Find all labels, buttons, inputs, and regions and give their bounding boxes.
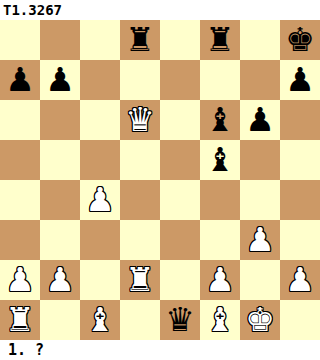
square-h8[interactable]: ♚ bbox=[280, 20, 320, 60]
square-h1[interactable] bbox=[280, 300, 320, 340]
chess-app-window: T1.3267 ♜♜♚♟♟♟♛♝♟♝♟♟♟♟♜♟♟♜♝♛♝♚ 1. ? bbox=[0, 0, 320, 360]
piece-white-king[interactable]: ♚ bbox=[245, 300, 275, 340]
square-h4[interactable] bbox=[280, 180, 320, 220]
square-c8[interactable] bbox=[80, 20, 120, 60]
square-g4[interactable] bbox=[240, 180, 280, 220]
square-d3[interactable] bbox=[120, 220, 160, 260]
square-f5[interactable]: ♝ bbox=[200, 140, 240, 180]
square-b5[interactable] bbox=[40, 140, 80, 180]
square-b2[interactable]: ♟ bbox=[40, 260, 80, 300]
square-g8[interactable] bbox=[240, 20, 280, 60]
square-a4[interactable] bbox=[0, 180, 40, 220]
piece-white-pawn[interactable]: ♟ bbox=[245, 220, 275, 260]
square-f4[interactable] bbox=[200, 180, 240, 220]
piece-black-queen[interactable]: ♛ bbox=[165, 300, 195, 340]
square-e2[interactable] bbox=[160, 260, 200, 300]
piece-white-pawn[interactable]: ♟ bbox=[5, 260, 35, 300]
square-c7[interactable] bbox=[80, 60, 120, 100]
square-d7[interactable] bbox=[120, 60, 160, 100]
square-d1[interactable] bbox=[120, 300, 160, 340]
square-e8[interactable] bbox=[160, 20, 200, 60]
square-b1[interactable] bbox=[40, 300, 80, 340]
square-e6[interactable] bbox=[160, 100, 200, 140]
piece-black-pawn[interactable]: ♟ bbox=[285, 60, 315, 100]
move-prompt: 1. ? bbox=[0, 340, 320, 360]
square-a6[interactable] bbox=[0, 100, 40, 140]
square-b4[interactable] bbox=[40, 180, 80, 220]
square-e5[interactable] bbox=[160, 140, 200, 180]
piece-black-pawn[interactable]: ♟ bbox=[245, 100, 275, 140]
piece-black-bishop[interactable]: ♝ bbox=[205, 140, 235, 180]
square-c2[interactable] bbox=[80, 260, 120, 300]
square-f3[interactable] bbox=[200, 220, 240, 260]
square-d4[interactable] bbox=[120, 180, 160, 220]
piece-white-pawn[interactable]: ♟ bbox=[45, 260, 75, 300]
square-a3[interactable] bbox=[0, 220, 40, 260]
square-g7[interactable] bbox=[240, 60, 280, 100]
square-d6[interactable]: ♛ bbox=[120, 100, 160, 140]
square-f8[interactable]: ♜ bbox=[200, 20, 240, 60]
square-g3[interactable]: ♟ bbox=[240, 220, 280, 260]
puzzle-title: T1.3267 bbox=[0, 0, 320, 20]
square-f2[interactable]: ♟ bbox=[200, 260, 240, 300]
square-h2[interactable]: ♟ bbox=[280, 260, 320, 300]
square-c5[interactable] bbox=[80, 140, 120, 180]
piece-white-pawn[interactable]: ♟ bbox=[285, 260, 315, 300]
square-c6[interactable] bbox=[80, 100, 120, 140]
square-g6[interactable]: ♟ bbox=[240, 100, 280, 140]
square-d2[interactable]: ♜ bbox=[120, 260, 160, 300]
square-e3[interactable] bbox=[160, 220, 200, 260]
square-h6[interactable] bbox=[280, 100, 320, 140]
square-c1[interactable]: ♝ bbox=[80, 300, 120, 340]
square-e4[interactable] bbox=[160, 180, 200, 220]
piece-white-rook[interactable]: ♜ bbox=[125, 260, 155, 300]
piece-white-queen[interactable]: ♛ bbox=[125, 100, 155, 140]
piece-black-pawn[interactable]: ♟ bbox=[5, 60, 35, 100]
square-b3[interactable] bbox=[40, 220, 80, 260]
square-g5[interactable] bbox=[240, 140, 280, 180]
piece-white-bishop[interactable]: ♝ bbox=[85, 300, 115, 340]
square-b8[interactable] bbox=[40, 20, 80, 60]
square-b6[interactable] bbox=[40, 100, 80, 140]
piece-black-rook[interactable]: ♜ bbox=[125, 20, 155, 60]
piece-white-bishop[interactable]: ♝ bbox=[205, 300, 235, 340]
square-c4[interactable]: ♟ bbox=[80, 180, 120, 220]
square-f6[interactable]: ♝ bbox=[200, 100, 240, 140]
square-h7[interactable]: ♟ bbox=[280, 60, 320, 100]
square-d8[interactable]: ♜ bbox=[120, 20, 160, 60]
piece-black-rook[interactable]: ♜ bbox=[205, 20, 235, 60]
square-h3[interactable] bbox=[280, 220, 320, 260]
piece-black-pawn[interactable]: ♟ bbox=[45, 60, 75, 100]
square-a7[interactable]: ♟ bbox=[0, 60, 40, 100]
square-g1[interactable]: ♚ bbox=[240, 300, 280, 340]
square-e1[interactable]: ♛ bbox=[160, 300, 200, 340]
chess-board: ♜♜♚♟♟♟♛♝♟♝♟♟♟♟♜♟♟♜♝♛♝♚ bbox=[0, 20, 320, 340]
piece-white-rook[interactable]: ♜ bbox=[5, 300, 35, 340]
square-e7[interactable] bbox=[160, 60, 200, 100]
square-a8[interactable] bbox=[0, 20, 40, 60]
piece-white-pawn[interactable]: ♟ bbox=[205, 260, 235, 300]
piece-white-pawn[interactable]: ♟ bbox=[85, 180, 115, 220]
piece-black-bishop[interactable]: ♝ bbox=[205, 100, 235, 140]
square-a2[interactable]: ♟ bbox=[0, 260, 40, 300]
square-c3[interactable] bbox=[80, 220, 120, 260]
square-f1[interactable]: ♝ bbox=[200, 300, 240, 340]
square-h5[interactable] bbox=[280, 140, 320, 180]
square-d5[interactable] bbox=[120, 140, 160, 180]
piece-black-king[interactable]: ♚ bbox=[285, 20, 315, 60]
square-b7[interactable]: ♟ bbox=[40, 60, 80, 100]
square-f7[interactable] bbox=[200, 60, 240, 100]
square-a5[interactable] bbox=[0, 140, 40, 180]
square-g2[interactable] bbox=[240, 260, 280, 300]
square-a1[interactable]: ♜ bbox=[0, 300, 40, 340]
